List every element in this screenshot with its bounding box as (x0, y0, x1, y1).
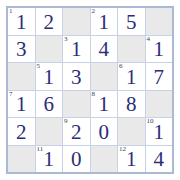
cell-r0c2 (63, 8, 90, 35)
cell-r4c2[interactable]: 92 (63, 118, 90, 145)
cell-r3c0[interactable]: 71 (8, 91, 35, 118)
cell-r5c0 (8, 146, 35, 173)
cell-r0c3[interactable]: 21 (91, 8, 118, 35)
cell-r5c3 (91, 146, 118, 173)
cell-r1c0[interactable]: 3 (8, 36, 35, 63)
cell-r4c0[interactable]: 2 (8, 118, 35, 145)
cell-r3c4[interactable]: 8 (118, 91, 145, 118)
cell-digit: 2 (71, 122, 82, 143)
clue-number: 8 (92, 91, 96, 98)
cell-digit: 1 (126, 67, 137, 88)
cell-r0c0[interactable]: 11 (8, 8, 35, 35)
cell-r2c5[interactable]: 7 (146, 63, 173, 90)
cell-r3c5 (146, 91, 173, 118)
clue-number: 7 (9, 91, 13, 98)
cell-r3c3[interactable]: 81 (91, 91, 118, 118)
cell-digit: 2 (44, 12, 55, 33)
cell-r0c1[interactable]: 2 (36, 8, 63, 35)
cell-digit: 7 (154, 67, 165, 88)
cell-digit: 8 (126, 94, 137, 115)
cell-r1c3[interactable]: 4 (91, 36, 118, 63)
cell-digit: 3 (71, 67, 82, 88)
cell-digit: 4 (154, 149, 165, 170)
cell-r5c1[interactable]: 111 (36, 146, 63, 173)
cell-r2c3 (91, 63, 118, 90)
cell-digit: 0 (99, 122, 110, 143)
clue-number: 5 (37, 63, 41, 70)
cell-r4c1 (36, 118, 63, 145)
cell-digit: 1 (126, 149, 137, 170)
cell-r3c1[interactable]: 6 (36, 91, 63, 118)
clue-number: 10 (147, 118, 154, 125)
clue-number: 9 (64, 118, 68, 125)
cell-digit: 5 (126, 12, 137, 33)
clue-number: 1 (9, 8, 13, 15)
cell-r1c4 (118, 36, 145, 63)
cell-r2c0 (8, 63, 35, 90)
cell-digit: 1 (44, 149, 55, 170)
crossnumber-board: 112215331441513617716818292010111101214 (6, 6, 174, 174)
cell-r2c2[interactable]: 3 (63, 63, 90, 90)
cell-r5c2[interactable]: 0 (63, 146, 90, 173)
cell-r5c5[interactable]: 4 (146, 146, 173, 173)
cell-r2c4[interactable]: 61 (118, 63, 145, 90)
cell-r1c2[interactable]: 31 (63, 36, 90, 63)
cell-digit: 6 (44, 94, 55, 115)
cell-r2c1[interactable]: 51 (36, 63, 63, 90)
cell-digit: 4 (99, 39, 110, 60)
cell-digit: 1 (154, 39, 165, 60)
clue-number: 12 (119, 146, 126, 153)
cell-r4c4 (118, 118, 145, 145)
cell-digit: 0 (71, 149, 82, 170)
cell-digit: 1 (71, 39, 82, 60)
cell-r5c4[interactable]: 121 (118, 146, 145, 173)
cell-r0c5 (146, 8, 173, 35)
cell-r4c5[interactable]: 101 (146, 118, 173, 145)
cell-r0c4[interactable]: 5 (118, 8, 145, 35)
clue-number: 4 (147, 36, 151, 43)
cell-r3c2 (63, 91, 90, 118)
cell-digit: 1 (16, 12, 27, 33)
cell-digit: 2 (16, 122, 27, 143)
clue-number: 2 (92, 8, 96, 15)
cell-digit: 1 (44, 67, 55, 88)
cell-digit: 1 (154, 122, 165, 143)
cell-digit: 3 (16, 39, 27, 60)
cell-digit: 1 (99, 94, 110, 115)
cell-digit: 1 (16, 94, 27, 115)
cell-digit: 1 (99, 12, 110, 33)
cell-r1c5[interactable]: 41 (146, 36, 173, 63)
cell-r1c1 (36, 36, 63, 63)
clue-number: 3 (64, 36, 68, 43)
clue-number: 11 (37, 146, 44, 153)
cell-r4c3[interactable]: 0 (91, 118, 118, 145)
clue-number: 6 (119, 63, 123, 70)
